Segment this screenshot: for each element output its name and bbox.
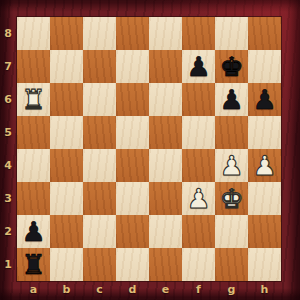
white-king[interactable]: ♚ bbox=[219, 185, 243, 212]
file-label-d: d bbox=[116, 280, 149, 299]
square-a3[interactable] bbox=[17, 182, 50, 215]
square-d7[interactable] bbox=[116, 50, 149, 83]
square-a8[interactable] bbox=[17, 17, 50, 50]
file-label-h: h bbox=[248, 280, 281, 299]
square-f3[interactable]: ♟ bbox=[182, 182, 215, 215]
file-label-g: g bbox=[215, 280, 248, 299]
square-d5[interactable] bbox=[116, 116, 149, 149]
square-g1[interactable] bbox=[215, 248, 248, 281]
square-e2[interactable] bbox=[149, 215, 182, 248]
black-pawn[interactable]: ♟ bbox=[219, 86, 243, 113]
black-pawn[interactable]: ♟ bbox=[186, 53, 210, 80]
rank-label-7: 7 bbox=[0, 50, 16, 83]
square-g6[interactable]: ♟ bbox=[215, 83, 248, 116]
file-label-a: a bbox=[17, 280, 50, 299]
white-pawn[interactable]: ♟ bbox=[186, 185, 210, 212]
square-c4[interactable] bbox=[83, 149, 116, 182]
square-f5[interactable] bbox=[182, 116, 215, 149]
square-b4[interactable] bbox=[50, 149, 83, 182]
file-label-f: f bbox=[182, 280, 215, 299]
square-a2[interactable]: ♟ bbox=[17, 215, 50, 248]
square-c2[interactable] bbox=[83, 215, 116, 248]
square-h6[interactable]: ♟ bbox=[248, 83, 281, 116]
square-g7[interactable]: ♚ bbox=[215, 50, 248, 83]
square-g5[interactable] bbox=[215, 116, 248, 149]
file-label-c: c bbox=[83, 280, 116, 299]
square-a4[interactable] bbox=[17, 149, 50, 182]
square-g8[interactable] bbox=[215, 17, 248, 50]
square-f6[interactable] bbox=[182, 83, 215, 116]
square-f4[interactable] bbox=[182, 149, 215, 182]
square-d1[interactable] bbox=[116, 248, 149, 281]
square-h7[interactable] bbox=[248, 50, 281, 83]
square-f1[interactable] bbox=[182, 248, 215, 281]
square-b1[interactable] bbox=[50, 248, 83, 281]
black-rook[interactable]: ♜ bbox=[21, 251, 45, 278]
black-king[interactable]: ♚ bbox=[219, 53, 243, 80]
rank-label-1: 1 bbox=[0, 248, 16, 281]
square-h4[interactable]: ♟ bbox=[248, 149, 281, 182]
white-pawn[interactable]: ♟ bbox=[219, 152, 243, 179]
square-b6[interactable] bbox=[50, 83, 83, 116]
square-h1[interactable] bbox=[248, 248, 281, 281]
square-c6[interactable] bbox=[83, 83, 116, 116]
square-g3[interactable]: ♚ bbox=[215, 182, 248, 215]
rank-label-2: 2 bbox=[0, 215, 16, 248]
white-pawn[interactable]: ♟ bbox=[252, 152, 276, 179]
rank-label-6: 6 bbox=[0, 83, 16, 116]
rank-label-8: 8 bbox=[0, 17, 16, 50]
square-f2[interactable] bbox=[182, 215, 215, 248]
square-g4[interactable]: ♟ bbox=[215, 149, 248, 182]
rank-label-3: 3 bbox=[0, 182, 16, 215]
square-b5[interactable] bbox=[50, 116, 83, 149]
square-c3[interactable] bbox=[83, 182, 116, 215]
square-c7[interactable] bbox=[83, 50, 116, 83]
square-a6[interactable]: ♜ bbox=[17, 83, 50, 116]
file-label-b: b bbox=[50, 280, 83, 299]
rank-label-5: 5 bbox=[0, 116, 16, 149]
square-d6[interactable] bbox=[116, 83, 149, 116]
white-rook[interactable]: ♜ bbox=[21, 86, 45, 113]
square-d2[interactable] bbox=[116, 215, 149, 248]
square-e3[interactable] bbox=[149, 182, 182, 215]
square-e1[interactable] bbox=[149, 248, 182, 281]
file-label-e: e bbox=[149, 280, 182, 299]
black-pawn[interactable]: ♟ bbox=[252, 86, 276, 113]
square-h5[interactable] bbox=[248, 116, 281, 149]
square-b7[interactable] bbox=[50, 50, 83, 83]
square-c8[interactable] bbox=[83, 17, 116, 50]
square-c5[interactable] bbox=[83, 116, 116, 149]
square-a5[interactable] bbox=[17, 116, 50, 149]
square-f7[interactable]: ♟ bbox=[182, 50, 215, 83]
square-e7[interactable] bbox=[149, 50, 182, 83]
square-c1[interactable] bbox=[83, 248, 116, 281]
square-a7[interactable] bbox=[17, 50, 50, 83]
square-b2[interactable] bbox=[50, 215, 83, 248]
square-d8[interactable] bbox=[116, 17, 149, 50]
square-d4[interactable] bbox=[116, 149, 149, 182]
square-e4[interactable] bbox=[149, 149, 182, 182]
black-pawn[interactable]: ♟ bbox=[21, 218, 45, 245]
chess-board-frame: ♟♚♜♟♟♟♟♟♚♟♜ 87654321 abcdefgh bbox=[0, 0, 300, 300]
square-f8[interactable] bbox=[182, 17, 215, 50]
chess-board: ♟♚♜♟♟♟♟♟♚♟♜ bbox=[17, 17, 281, 281]
square-b8[interactable] bbox=[50, 17, 83, 50]
square-e6[interactable] bbox=[149, 83, 182, 116]
square-d3[interactable] bbox=[116, 182, 149, 215]
square-g2[interactable] bbox=[215, 215, 248, 248]
square-h3[interactable] bbox=[248, 182, 281, 215]
square-h2[interactable] bbox=[248, 215, 281, 248]
rank-label-4: 4 bbox=[0, 149, 16, 182]
square-e5[interactable] bbox=[149, 116, 182, 149]
square-a1[interactable]: ♜ bbox=[17, 248, 50, 281]
square-h8[interactable] bbox=[248, 17, 281, 50]
square-b3[interactable] bbox=[50, 182, 83, 215]
square-e8[interactable] bbox=[149, 17, 182, 50]
